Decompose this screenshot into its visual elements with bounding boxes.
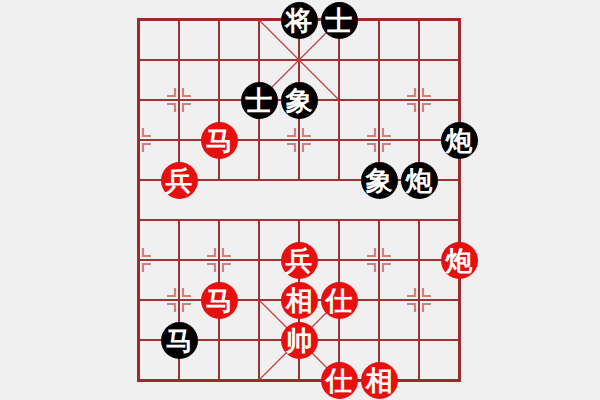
board-intersections-grid: 将士士象马炮兵象炮兵炮马相仕马帅仕相 [119,0,479,400]
piece-black-cannon-2[interactable]: 炮 [401,162,438,199]
piece-black-cannon-1[interactable]: 炮 [441,122,478,159]
piece-red-advisor-2[interactable]: 仕 [321,362,358,399]
piece-black-elephant-2[interactable]: 象 [361,162,398,199]
piece-red-pawn-2[interactable]: 兵 [281,242,318,279]
piece-red-cannon[interactable]: 炮 [441,242,478,279]
xiangqi-board: 将士士象马炮兵象炮兵炮马相仕马帅仕相 [0,0,600,400]
piece-red-pawn-1[interactable]: 兵 [161,162,198,199]
piece-red-elephant-2[interactable]: 相 [361,362,398,399]
piece-red-elephant-1[interactable]: 相 [281,282,318,319]
piece-black-advisor-2[interactable]: 士 [241,82,278,119]
piece-black-elephant-1[interactable]: 象 [281,82,318,119]
piece-red-advisor-1[interactable]: 仕 [321,282,358,319]
piece-black-horse[interactable]: 马 [161,322,198,359]
piece-red-horse-2[interactable]: 马 [201,282,238,319]
piece-black-advisor-1[interactable]: 士 [321,2,358,39]
piece-red-general[interactable]: 帅 [281,322,318,359]
piece-red-horse-1[interactable]: 马 [201,122,238,159]
piece-black-general[interactable]: 将 [281,2,318,39]
